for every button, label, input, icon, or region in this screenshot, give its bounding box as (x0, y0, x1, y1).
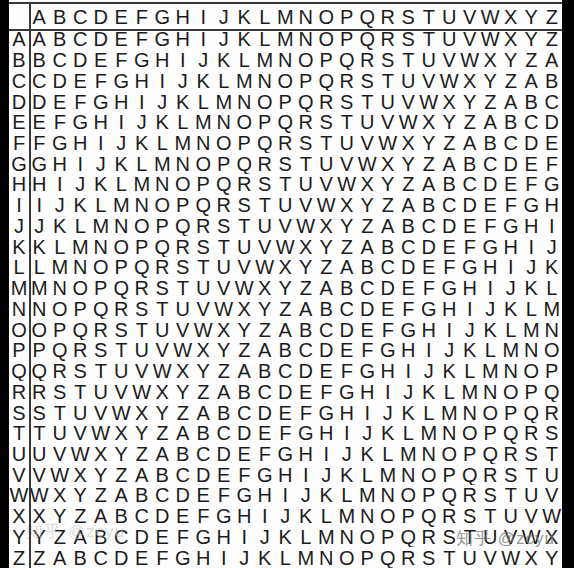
table-cell: T (378, 70, 399, 91)
table-cell: X (378, 153, 399, 174)
table-cell: A (501, 91, 522, 112)
table-cell: I (214, 547, 235, 568)
table-cell: P (111, 257, 132, 278)
table-cell: V (542, 485, 563, 506)
table-cell: N (316, 547, 337, 568)
table-cell: T (316, 133, 337, 154)
table-cell: R (173, 236, 194, 257)
table-cell: E (234, 444, 255, 465)
table-cell: Z (460, 112, 481, 133)
table-cell: N (419, 444, 440, 465)
table-cell: T (29, 423, 50, 444)
table-cell: V (480, 547, 501, 568)
top-rule (9, 2, 562, 4)
table-cell: H (29, 174, 50, 195)
table-cell: K (50, 216, 71, 237)
table-cell: K (70, 195, 91, 216)
table-cell: I (337, 423, 358, 444)
table-cell: N (50, 278, 71, 299)
table-cell: K (439, 361, 460, 382)
table-cell: N (357, 506, 378, 527)
table-cell: N (91, 236, 112, 257)
table-cell: E (460, 216, 481, 237)
col-header-cell: C (70, 4, 91, 29)
table-cell: Y (316, 236, 337, 257)
table-cell: O (173, 174, 194, 195)
table-cell: D (480, 174, 501, 195)
table-cell: M (173, 133, 194, 154)
table-cell: W (111, 402, 132, 423)
table-cell: U (173, 299, 194, 320)
table-cell: C (255, 381, 276, 402)
table-cell: L (275, 547, 296, 568)
table-cell: A (91, 506, 112, 527)
table-cell: X (70, 464, 91, 485)
table-cell: R (152, 257, 173, 278)
table-cell: Z (501, 70, 522, 91)
table-cell: K (152, 112, 173, 133)
table-cell: F (255, 444, 276, 465)
table-cell: J (480, 299, 501, 320)
table-cell: F (460, 236, 481, 257)
table-cell: O (296, 50, 317, 71)
table-cell: Z (152, 423, 173, 444)
table-cell: Z (234, 340, 255, 361)
table-cell: X (296, 236, 317, 257)
table-cell: C (214, 423, 235, 444)
col-header-cell: T (419, 4, 440, 29)
table-cell: L (255, 29, 276, 50)
table-cell: I (70, 153, 91, 174)
table-cell: N (521, 340, 542, 361)
table-cell: K (296, 506, 317, 527)
table-cell: A (357, 236, 378, 257)
table-cell: Q (275, 112, 296, 133)
table-cell: M (50, 257, 71, 278)
col-header-cell: O (316, 4, 337, 29)
table-cell: O (480, 402, 501, 423)
table-cell: Y (460, 91, 481, 112)
table-cell: W (70, 444, 91, 465)
table-cell: O (501, 381, 522, 402)
table-cell: L (460, 361, 481, 382)
table-cell: C (152, 485, 173, 506)
table-cell: A (29, 29, 50, 50)
table-cell: Z (357, 216, 378, 237)
table-cell: R (50, 361, 71, 382)
table-cell: L (132, 153, 153, 174)
table-cell: T (439, 547, 460, 568)
table-cell: X (91, 444, 112, 465)
table-cell: N (275, 50, 296, 71)
table-cell: S (378, 50, 399, 71)
table-cell: X (255, 278, 276, 299)
table-cell: V (398, 91, 419, 112)
table-cell: X (132, 402, 153, 423)
table-cell: R (480, 464, 501, 485)
table-cell: N (255, 70, 276, 91)
table-cell: F (173, 527, 194, 548)
table-cell: M (152, 153, 173, 174)
table-cell: W (152, 361, 173, 382)
table-cell: D (255, 402, 276, 423)
table-cell: O (316, 29, 337, 50)
table-cell: C (111, 527, 132, 548)
table-cell: P (214, 153, 235, 174)
table-cell: Z (337, 236, 358, 257)
table-cell: C (480, 153, 501, 174)
table-cell: R (255, 153, 276, 174)
table-cell: A (521, 70, 542, 91)
table-cell: V (132, 361, 153, 382)
table-cell: W (316, 195, 337, 216)
table-cell: J (419, 361, 440, 382)
table-cell: E (480, 195, 501, 216)
table-cell: K (193, 70, 214, 91)
table-cell: I (378, 381, 399, 402)
table-cell: Q (29, 361, 50, 382)
table-cell: B (111, 506, 132, 527)
table-cell: S (234, 195, 255, 216)
table-cell: U (419, 50, 440, 71)
table-cell: J (234, 547, 255, 568)
row-header-cell: H (9, 174, 29, 195)
table-cell: V (152, 340, 173, 361)
table-cell: L (173, 112, 194, 133)
table-cell: Q (173, 216, 194, 237)
table-cell: V (193, 299, 214, 320)
table-cell: T (152, 299, 173, 320)
table-cell: W (521, 527, 542, 548)
table-cell: P (357, 547, 378, 568)
table-cell: Q (70, 319, 91, 340)
table-cell: D (296, 361, 317, 382)
table-cell: D (378, 278, 399, 299)
table-cell: U (439, 29, 460, 50)
table-cell: O (398, 485, 419, 506)
table-cell: V (275, 216, 296, 237)
row-header-cell: A (9, 29, 29, 50)
table-cell: F (439, 257, 460, 278)
row-header-cell: L (9, 257, 29, 278)
table-cell: H (132, 70, 153, 91)
row-header-cell: I (9, 195, 29, 216)
table-cell: R (214, 195, 235, 216)
table-cell: Y (419, 133, 440, 154)
table-cell: E (521, 153, 542, 174)
table-cell: S (152, 278, 173, 299)
table-cell: S (460, 506, 481, 527)
table-cell: Y (439, 112, 460, 133)
table-cell: W (173, 340, 194, 361)
table-cell: E (337, 340, 358, 361)
table-cell: S (255, 174, 276, 195)
table-cell: O (50, 299, 71, 320)
table-cell: L (419, 402, 440, 423)
table-cell: R (460, 485, 481, 506)
table-cell: B (214, 402, 235, 423)
table-cell: E (132, 547, 153, 568)
table-cell: R (337, 70, 358, 91)
table-cell: H (91, 112, 112, 133)
row-header-cell: V (9, 464, 29, 485)
table-cell: C (542, 91, 563, 112)
row-header-cell: O (9, 319, 29, 340)
table-cell: S (50, 381, 71, 402)
table-cell: K (255, 547, 276, 568)
right-border-bar (562, 0, 574, 568)
table-cell: X (316, 216, 337, 237)
table-cell: X (398, 133, 419, 154)
table-cell: M (316, 527, 337, 548)
table-cell: U (132, 340, 153, 361)
table-cell: U (460, 547, 481, 568)
table-cell: G (214, 506, 235, 527)
table-cell: B (275, 340, 296, 361)
table-cell: D (501, 153, 522, 174)
table-cell: U (316, 153, 337, 174)
table-cell: I (152, 70, 173, 91)
table-cell: S (501, 464, 522, 485)
corner-cell (9, 4, 29, 29)
table-cell: F (50, 112, 71, 133)
table-cell: O (419, 464, 440, 485)
table-cell: M (132, 174, 153, 195)
table-cell: T (501, 485, 522, 506)
table-cell: Z (521, 50, 542, 71)
table-cell: J (316, 464, 337, 485)
table-cell: O (460, 423, 481, 444)
table-cell: W (296, 216, 317, 237)
table-cell: U (255, 216, 276, 237)
table-cell: I (275, 485, 296, 506)
table-cell: B (337, 278, 358, 299)
table-cell: E (378, 299, 399, 320)
table-cell: V (337, 153, 358, 174)
table-cell: X (439, 91, 460, 112)
table-cell: S (357, 70, 378, 91)
table-cell: R (132, 278, 153, 299)
table-cell: P (255, 112, 276, 133)
table-cell: J (542, 236, 563, 257)
table-cell: X (214, 319, 235, 340)
table-cell: K (234, 29, 255, 50)
table-cell: J (70, 174, 91, 195)
col-header-cell: G (152, 4, 173, 29)
table-cell: T (111, 340, 132, 361)
table-cell: E (542, 133, 563, 154)
table-cell: P (460, 444, 481, 465)
table-cell: I (29, 195, 50, 216)
table-cell: U (275, 195, 296, 216)
table-cell: M (91, 216, 112, 237)
table-cell: Q (337, 50, 358, 71)
table-cell: S (521, 444, 542, 465)
table-cell: A (255, 340, 276, 361)
table-cell: B (419, 195, 440, 216)
table-cell: U (501, 506, 522, 527)
table-cell: N (173, 153, 194, 174)
table-cell: W (29, 485, 50, 506)
table-cell: E (193, 485, 214, 506)
table-cell: E (111, 29, 132, 50)
table-cell: D (234, 423, 255, 444)
table-cell: F (357, 340, 378, 361)
table-cell: C (439, 195, 460, 216)
table-cell: I (50, 174, 71, 195)
table-cell: K (111, 153, 132, 174)
table-cell: L (296, 527, 317, 548)
table-cell: H (275, 464, 296, 485)
table-cell: W (378, 133, 399, 154)
table-cell: H (460, 278, 481, 299)
table-cell: K (521, 278, 542, 299)
table-cell: E (275, 402, 296, 423)
table-cell: G (234, 485, 255, 506)
table-cell: H (296, 444, 317, 465)
table-cell: N (337, 527, 358, 548)
table-cell: H (337, 402, 358, 423)
table-cell: S (275, 153, 296, 174)
table-cell: A (480, 112, 501, 133)
col-header-cell: Q (357, 4, 378, 29)
table-cell: P (398, 506, 419, 527)
table-cell: B (91, 527, 112, 548)
table-cell: G (296, 423, 317, 444)
table-cell: D (439, 216, 460, 237)
table-cell: N (501, 361, 522, 382)
table-cell: C (419, 216, 440, 237)
table-cell: X (152, 381, 173, 402)
table-cell: O (91, 257, 112, 278)
table-cell: S (296, 133, 317, 154)
row-header-cell: X (9, 506, 29, 527)
table-cell: O (337, 547, 358, 568)
table-cell: A (50, 547, 71, 568)
table-cell: D (316, 340, 337, 361)
table-cell: Y (501, 50, 522, 71)
col-header-cell: V (460, 4, 481, 29)
table-cell: K (480, 319, 501, 340)
table-cell: B (316, 299, 337, 320)
table-cell: G (316, 402, 337, 423)
table-cell: B (255, 361, 276, 382)
row-header-cell: G (9, 153, 29, 174)
table-cell: T (275, 174, 296, 195)
row-header-cell: U (9, 444, 29, 465)
table-cell: T (480, 506, 501, 527)
table-cell: X (111, 423, 132, 444)
table-cell: A (70, 527, 91, 548)
table-cell: S (111, 319, 132, 340)
table-cell: R (439, 506, 460, 527)
table-cell: M (460, 381, 481, 402)
table-cell: P (29, 340, 50, 361)
table-cell: Y (521, 29, 542, 50)
table-cell: F (480, 216, 501, 237)
table-cell: K (378, 423, 399, 444)
table-cell: Y (70, 485, 91, 506)
table-cell: R (296, 112, 317, 133)
table-cell: R (501, 444, 522, 465)
col-header-cell: F (132, 4, 153, 29)
table-cell: W (419, 91, 440, 112)
table-cell: O (357, 527, 378, 548)
col-header-cell: R (378, 4, 399, 29)
table-cell: O (542, 340, 563, 361)
table-cell: A (275, 319, 296, 340)
table-cell: T (460, 527, 481, 548)
table-cell: Q (398, 527, 419, 548)
table-cell: C (378, 257, 399, 278)
table-cell: J (337, 444, 358, 465)
table-cell: L (91, 195, 112, 216)
table-cell: Y (296, 257, 317, 278)
table-cell: L (214, 70, 235, 91)
table-cell: G (173, 547, 194, 568)
table-cell: N (480, 381, 501, 402)
table-cell: H (480, 257, 501, 278)
table-cell: Q (316, 70, 337, 91)
table-cell: F (111, 50, 132, 71)
table-cell: S (337, 91, 358, 112)
table-cell: M (542, 299, 563, 320)
table-cell: F (316, 381, 337, 402)
table-cell: H (316, 423, 337, 444)
table-cell: B (234, 381, 255, 402)
table-cell: V (419, 70, 440, 91)
table-cell: F (378, 319, 399, 340)
table-cell: F (275, 423, 296, 444)
table-cell: E (255, 423, 276, 444)
table-cell: W (132, 381, 153, 402)
table-cell: X (275, 257, 296, 278)
table-cell: A (111, 485, 132, 506)
table-cell: M (501, 340, 522, 361)
table-cell: E (316, 361, 337, 382)
table-cell: A (316, 278, 337, 299)
table-cell: Q (480, 444, 501, 465)
table-cell: E (91, 50, 112, 71)
table-cell: V (296, 195, 317, 216)
table-cell: B (398, 216, 419, 237)
table-cell: Q (50, 340, 71, 361)
table-cell: N (111, 216, 132, 237)
table-cell: T (214, 236, 235, 257)
table-cell: B (152, 464, 173, 485)
row-header-cell: D (9, 91, 29, 112)
table-cell: D (214, 444, 235, 465)
table-cell: H (152, 50, 173, 71)
table-cell: J (439, 340, 460, 361)
table-cell: X (50, 485, 71, 506)
table-cell: A (398, 195, 419, 216)
table-cell: M (398, 444, 419, 465)
table-cell: C (460, 174, 481, 195)
table-cell: D (521, 133, 542, 154)
table-cell: R (357, 50, 378, 71)
table-cell: B (296, 319, 317, 340)
table-cell: B (480, 133, 501, 154)
table-cell: Y (398, 153, 419, 174)
table-cell: Q (357, 29, 378, 50)
vigenere-grid: ABCDEFGHIJKLMNOPQRSTUVWXYZAABCDEFGHIJKLM… (9, 4, 562, 568)
table-cell: V (70, 423, 91, 444)
table-cell: P (50, 319, 71, 340)
table-cell: O (29, 319, 50, 340)
table-cell: L (501, 319, 522, 340)
table-cell: M (111, 195, 132, 216)
